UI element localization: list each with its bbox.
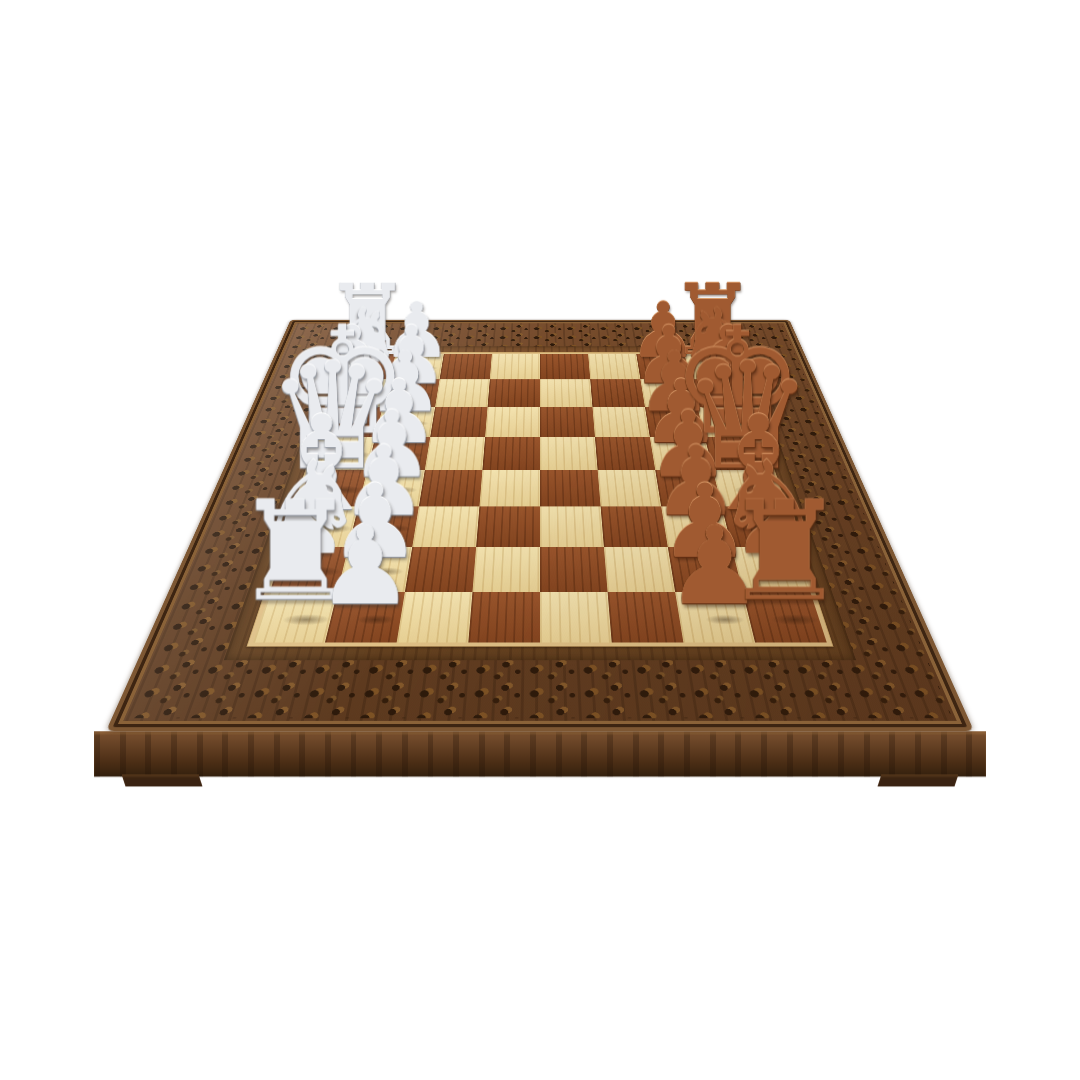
scene: ♜♞♝♚♛♝♞♜♟♟♟♟♟♟♟♟♟♟♟♟♟♟♟♟♜♞♝♚♛♝♞♜ xyxy=(223,153,857,787)
left-foot xyxy=(122,775,203,787)
chess-board: ♜♞♝♚♛♝♞♜♟♟♟♟♟♟♟♟♟♟♟♟♟♟♟♟♜♞♝♚♛♝♞♜ xyxy=(106,320,974,731)
black-rook-glyph: ♜ xyxy=(723,482,847,620)
white-pawn-glyph: ♟ xyxy=(317,512,414,620)
base-front-edge xyxy=(94,731,986,776)
chess-set-photo: ♜♞♝♚♛♝♞♜♟♟♟♟♟♟♟♟♟♟♟♟♟♟♟♟♜♞♝♚♛♝♞♜ xyxy=(0,0,1080,1080)
right-foot xyxy=(878,775,959,787)
piece-shadow xyxy=(409,366,438,371)
